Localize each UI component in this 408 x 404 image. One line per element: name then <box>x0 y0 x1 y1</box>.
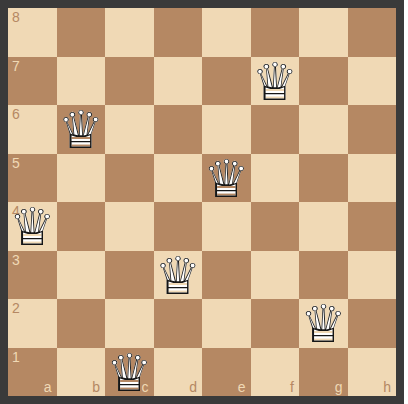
square-f7[interactable]: ♛♕ <box>251 57 300 106</box>
square-b1[interactable]: b <box>57 348 106 397</box>
square-a5[interactable]: 5 <box>8 154 57 203</box>
square-b6[interactable]: ♛♕ <box>57 105 106 154</box>
square-g1[interactable]: g <box>299 348 348 397</box>
square-b4[interactable] <box>57 202 106 251</box>
square-f1[interactable]: f <box>251 348 300 397</box>
square-c2[interactable] <box>105 299 154 348</box>
square-c5[interactable] <box>105 154 154 203</box>
square-b2[interactable] <box>57 299 106 348</box>
square-b5[interactable] <box>57 154 106 203</box>
square-d6[interactable] <box>154 105 203 154</box>
square-h5[interactable] <box>348 154 397 203</box>
square-d1[interactable]: d <box>154 348 203 397</box>
white-queen-glyph-outline: ♕ <box>251 56 298 108</box>
square-g3[interactable] <box>299 251 348 300</box>
square-h4[interactable] <box>348 202 397 251</box>
square-g7[interactable] <box>299 57 348 106</box>
white-queen-g2[interactable]: ♛♕ <box>299 299 348 348</box>
square-d2[interactable] <box>154 299 203 348</box>
square-b8[interactable] <box>57 8 106 57</box>
rank-label-8: 8 <box>12 10 20 24</box>
square-a7[interactable]: 7 <box>8 57 57 106</box>
square-e2[interactable] <box>202 299 251 348</box>
square-a1[interactable]: 1a <box>8 348 57 397</box>
rank-label-2: 2 <box>12 301 20 315</box>
square-d8[interactable] <box>154 8 203 57</box>
square-c1[interactable]: c♛♕ <box>105 348 154 397</box>
square-f4[interactable] <box>251 202 300 251</box>
square-e5[interactable]: ♛♕ <box>202 154 251 203</box>
square-d4[interactable] <box>154 202 203 251</box>
square-h8[interactable] <box>348 8 397 57</box>
white-queen-glyph-outline: ♕ <box>57 104 104 156</box>
square-c8[interactable] <box>105 8 154 57</box>
square-c3[interactable] <box>105 251 154 300</box>
chess-board: 87♛♕6♛♕5♛♕4♛♕3♛♕2♛♕1abc♛♕defgh <box>8 8 396 396</box>
white-queen-glyph-outline: ♕ <box>300 298 347 350</box>
square-a3[interactable]: 3 <box>8 251 57 300</box>
square-a6[interactable]: 6 <box>8 105 57 154</box>
white-queen-a4[interactable]: ♛♕ <box>8 202 57 251</box>
square-e6[interactable] <box>202 105 251 154</box>
square-b3[interactable] <box>57 251 106 300</box>
square-c6[interactable] <box>105 105 154 154</box>
square-g4[interactable] <box>299 202 348 251</box>
square-c4[interactable] <box>105 202 154 251</box>
square-h7[interactable] <box>348 57 397 106</box>
file-label-g: g <box>335 380 343 394</box>
rank-label-1: 1 <box>12 350 20 364</box>
square-a2[interactable]: 2 <box>8 299 57 348</box>
file-label-d: d <box>189 380 197 394</box>
square-e8[interactable] <box>202 8 251 57</box>
white-queen-glyph-outline: ♕ <box>154 250 201 302</box>
square-f6[interactable] <box>251 105 300 154</box>
square-e1[interactable]: e <box>202 348 251 397</box>
white-queen-f7[interactable]: ♛♕ <box>251 57 300 106</box>
square-g5[interactable] <box>299 154 348 203</box>
white-queen-glyph-outline: ♕ <box>203 153 250 205</box>
white-queen-glyph-outline: ♕ <box>106 347 153 399</box>
square-h3[interactable] <box>348 251 397 300</box>
square-e4[interactable] <box>202 202 251 251</box>
rank-label-7: 7 <box>12 59 20 73</box>
file-label-f: f <box>290 380 294 394</box>
white-queen-glyph-outline: ♕ <box>9 201 56 253</box>
white-queen-d3[interactable]: ♛♕ <box>154 251 203 300</box>
square-e3[interactable] <box>202 251 251 300</box>
square-h2[interactable] <box>348 299 397 348</box>
rank-label-5: 5 <box>12 156 20 170</box>
square-g2[interactable]: ♛♕ <box>299 299 348 348</box>
square-e7[interactable] <box>202 57 251 106</box>
square-d3[interactable]: ♛♕ <box>154 251 203 300</box>
file-label-h: h <box>383 380 391 394</box>
square-f3[interactable] <box>251 251 300 300</box>
file-label-b: b <box>92 380 100 394</box>
square-f5[interactable] <box>251 154 300 203</box>
square-f8[interactable] <box>251 8 300 57</box>
square-h6[interactable] <box>348 105 397 154</box>
file-label-a: a <box>44 380 52 394</box>
white-queen-c1[interactable]: ♛♕ <box>105 348 154 397</box>
square-f2[interactable] <box>251 299 300 348</box>
board-frame: 87♛♕6♛♕5♛♕4♛♕3♛♕2♛♕1abc♛♕defgh <box>0 0 404 404</box>
square-d5[interactable] <box>154 154 203 203</box>
square-g6[interactable] <box>299 105 348 154</box>
white-queen-e5[interactable]: ♛♕ <box>202 154 251 203</box>
file-label-e: e <box>238 380 246 394</box>
white-queen-b6[interactable]: ♛♕ <box>57 105 106 154</box>
rank-label-6: 6 <box>12 107 20 121</box>
square-a4[interactable]: 4♛♕ <box>8 202 57 251</box>
square-c7[interactable] <box>105 57 154 106</box>
square-g8[interactable] <box>299 8 348 57</box>
square-h1[interactable]: h <box>348 348 397 397</box>
square-a8[interactable]: 8 <box>8 8 57 57</box>
square-b7[interactable] <box>57 57 106 106</box>
square-d7[interactable] <box>154 57 203 106</box>
